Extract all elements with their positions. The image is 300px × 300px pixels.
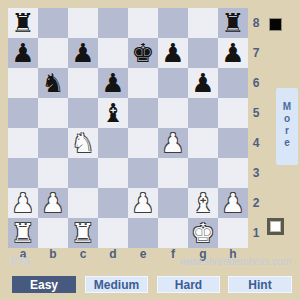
square-b6[interactable]: ♞ xyxy=(38,68,68,98)
square-b4[interactable] xyxy=(38,128,68,158)
rank-label-4: 4 xyxy=(250,128,262,158)
square-c1[interactable]: ♜ xyxy=(68,218,98,248)
rank-labels: 87654321 xyxy=(250,8,262,248)
square-g6[interactable]: ♟ xyxy=(188,68,218,98)
square-c7[interactable]: ♟ xyxy=(68,38,98,68)
square-f7[interactable]: ♟ xyxy=(158,38,188,68)
white-bishop[interactable]: ♝ xyxy=(191,190,214,216)
square-g2[interactable]: ♝ xyxy=(188,188,218,218)
square-a4[interactable] xyxy=(8,128,38,158)
more-button[interactable]: M o r e xyxy=(276,88,298,165)
rank-label-3: 3 xyxy=(250,158,262,188)
square-e7[interactable]: ♚ xyxy=(128,38,158,68)
square-f6[interactable] xyxy=(158,68,188,98)
white-pawn[interactable]: ♟ xyxy=(221,190,244,216)
square-a2[interactable]: ♟ xyxy=(8,188,38,218)
square-a3[interactable] xyxy=(8,158,38,188)
square-h7[interactable]: ♟ xyxy=(218,38,248,68)
white-pawn[interactable]: ♟ xyxy=(161,130,184,156)
square-e1[interactable] xyxy=(128,218,158,248)
file-label-c: c xyxy=(68,248,98,261)
square-e3[interactable] xyxy=(128,158,158,188)
rank-label-1: 1 xyxy=(250,218,262,248)
square-h8[interactable]: ♜ xyxy=(218,8,248,38)
file-label-d: d xyxy=(98,248,128,261)
square-b3[interactable] xyxy=(38,158,68,188)
black-bishop[interactable]: ♝ xyxy=(101,100,124,126)
square-b5[interactable] xyxy=(38,98,68,128)
white-rook[interactable]: ♜ xyxy=(11,220,34,246)
square-e4[interactable] xyxy=(128,128,158,158)
hard-button[interactable]: Hard xyxy=(157,276,220,293)
difficulty-bar: EasyMediumHardHint xyxy=(0,276,300,293)
square-b2[interactable]: ♟ xyxy=(38,188,68,218)
black-rook[interactable]: ♜ xyxy=(221,10,244,36)
square-e8[interactable] xyxy=(128,8,158,38)
black-side-indicator xyxy=(269,18,282,31)
square-f5[interactable] xyxy=(158,98,188,128)
file-label-e: e xyxy=(128,248,158,261)
square-e5[interactable] xyxy=(128,98,158,128)
square-a6[interactable] xyxy=(8,68,38,98)
rank-label-7: 7 xyxy=(250,38,262,68)
white-king[interactable]: ♚ xyxy=(191,220,214,246)
square-d5[interactable]: ♝ xyxy=(98,98,128,128)
white-pawn[interactable]: ♟ xyxy=(131,190,154,216)
chess-board: ♜♜♟♟♚♟♟♞♟♟♝♞♟♟♟♟♝♟♜♜♚ xyxy=(8,8,248,248)
square-a8[interactable]: ♜ xyxy=(8,8,38,38)
black-rook[interactable]: ♜ xyxy=(11,10,34,36)
black-pawn[interactable]: ♟ xyxy=(71,40,94,66)
rank-label-5: 5 xyxy=(250,98,262,128)
white-rook[interactable]: ♜ xyxy=(71,220,94,246)
watermark-text: CTS xyxy=(10,256,30,267)
white-pawn[interactable]: ♟ xyxy=(11,190,34,216)
square-h6[interactable] xyxy=(218,68,248,98)
file-label-b: b xyxy=(38,248,68,261)
square-f2[interactable] xyxy=(158,188,188,218)
square-e2[interactable]: ♟ xyxy=(128,188,158,218)
square-g4[interactable] xyxy=(188,128,218,158)
hint-button[interactable]: Hint xyxy=(228,276,292,293)
medium-button[interactable]: Medium xyxy=(85,276,148,293)
square-d1[interactable] xyxy=(98,218,128,248)
site-link[interactable]: www.shredderchess.com xyxy=(180,256,291,267)
square-h4[interactable] xyxy=(218,128,248,158)
black-pawn[interactable]: ♟ xyxy=(11,40,34,66)
square-b8[interactable] xyxy=(38,8,68,38)
square-g1[interactable]: ♚ xyxy=(188,218,218,248)
rank-label-8: 8 xyxy=(250,8,262,38)
square-c8[interactable] xyxy=(68,8,98,38)
square-d7[interactable] xyxy=(98,38,128,68)
square-g7[interactable] xyxy=(188,38,218,68)
black-pawn[interactable]: ♟ xyxy=(191,70,214,96)
square-d8[interactable] xyxy=(98,8,128,38)
square-h2[interactable]: ♟ xyxy=(218,188,248,218)
square-h1[interactable] xyxy=(218,218,248,248)
rank-label-6: 6 xyxy=(250,68,262,98)
square-f4[interactable]: ♟ xyxy=(158,128,188,158)
square-d6[interactable]: ♟ xyxy=(98,68,128,98)
square-c5[interactable] xyxy=(68,98,98,128)
square-b1[interactable] xyxy=(38,218,68,248)
square-f3[interactable] xyxy=(158,158,188,188)
square-d3[interactable] xyxy=(98,158,128,188)
black-pawn[interactable]: ♟ xyxy=(161,40,184,66)
square-c6[interactable] xyxy=(68,68,98,98)
black-knight[interactable]: ♞ xyxy=(41,70,64,96)
white-knight[interactable]: ♞ xyxy=(71,130,94,156)
shredder-chess-widget: ♜♜♟♟♚♟♟♞♟♟♝♞♟♟♟♟♝♟♜♜♚ 87654321 abcdefgh … xyxy=(0,0,300,300)
square-g5[interactable] xyxy=(188,98,218,128)
square-b7[interactable] xyxy=(38,38,68,68)
square-a5[interactable] xyxy=(8,98,38,128)
square-d2[interactable] xyxy=(98,188,128,218)
square-g3[interactable] xyxy=(188,158,218,188)
white-side-indicator xyxy=(267,218,284,235)
square-g8[interactable] xyxy=(188,8,218,38)
easy-button[interactable]: Easy xyxy=(12,276,76,293)
square-d4[interactable] xyxy=(98,128,128,158)
white-pawn[interactable]: ♟ xyxy=(41,190,64,216)
square-c2[interactable] xyxy=(68,188,98,218)
square-f8[interactable] xyxy=(158,8,188,38)
black-pawn[interactable]: ♟ xyxy=(221,40,244,66)
square-e6[interactable] xyxy=(128,68,158,98)
square-c3[interactable] xyxy=(68,158,98,188)
square-h3[interactable] xyxy=(218,158,248,188)
square-c4[interactable]: ♞ xyxy=(68,128,98,158)
square-f1[interactable] xyxy=(158,218,188,248)
square-a7[interactable]: ♟ xyxy=(8,38,38,68)
square-a1[interactable]: ♜ xyxy=(8,218,38,248)
black-king[interactable]: ♚ xyxy=(131,40,154,66)
rank-label-2: 2 xyxy=(250,188,262,218)
square-h5[interactable] xyxy=(218,98,248,128)
black-pawn[interactable]: ♟ xyxy=(101,70,124,96)
